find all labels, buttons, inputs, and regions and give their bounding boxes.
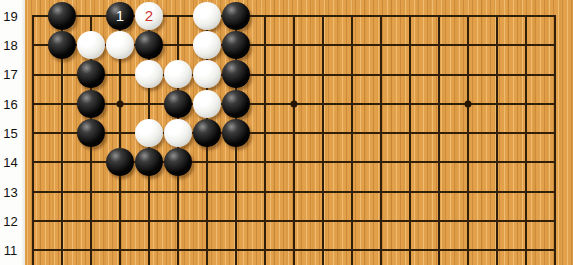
intersection-L11[interactable] <box>309 235 338 264</box>
white-stone-E19[interactable]: 2 <box>135 2 163 30</box>
intersection-J17[interactable] <box>251 60 280 89</box>
black-stone-H17[interactable] <box>222 60 250 88</box>
intersection-G13[interactable] <box>193 177 222 206</box>
intersection-J14[interactable] <box>251 147 280 176</box>
intersection-Q18[interactable] <box>454 30 483 59</box>
intersection-S14[interactable] <box>512 147 541 176</box>
intersection-G14[interactable] <box>193 147 222 176</box>
intersection-R14[interactable] <box>483 147 512 176</box>
intersection-R16[interactable] <box>483 89 512 118</box>
intersection-M12[interactable] <box>338 206 367 235</box>
intersection-C14[interactable] <box>77 147 106 176</box>
intersection-K19[interactable] <box>280 1 309 30</box>
intersection-M13[interactable] <box>338 177 367 206</box>
intersection-N15[interactable] <box>367 118 396 147</box>
intersection-O13[interactable] <box>396 177 425 206</box>
black-stone-H19[interactable] <box>222 2 250 30</box>
intersection-B16[interactable] <box>48 89 77 118</box>
intersection-R17[interactable] <box>483 60 512 89</box>
black-stone-H18[interactable] <box>222 31 250 59</box>
intersection-L13[interactable] <box>309 177 338 206</box>
black-stone-C17[interactable] <box>77 60 105 88</box>
intersection-K15[interactable] <box>280 118 309 147</box>
row-label-11: 11 <box>0 244 21 257</box>
black-stone-D19[interactable]: 1 <box>106 2 134 30</box>
intersection-N18[interactable] <box>367 30 396 59</box>
intersection-P18[interactable] <box>425 30 454 59</box>
intersection-D12[interactable] <box>106 206 135 235</box>
intersection-P12[interactable] <box>425 206 454 235</box>
intersection-P15[interactable] <box>425 118 454 147</box>
intersection-B18[interactable] <box>48 30 77 59</box>
intersection-O15[interactable] <box>396 118 425 147</box>
intersection-T16[interactable] <box>541 89 570 118</box>
row-label-17: 17 <box>0 68 21 81</box>
intersection-B17[interactable] <box>48 60 77 89</box>
intersection-M16[interactable] <box>338 89 367 118</box>
intersection-R19[interactable] <box>483 1 512 30</box>
white-stone-D18[interactable] <box>106 31 134 59</box>
intersection-H17[interactable] <box>222 60 251 89</box>
white-stone-C18[interactable] <box>77 31 105 59</box>
intersection-K11[interactable] <box>280 235 309 264</box>
intersection-L19[interactable] <box>309 1 338 30</box>
intersection-E11[interactable] <box>135 235 164 264</box>
intersection-C18[interactable] <box>77 30 106 59</box>
intersection-C16[interactable] <box>77 89 106 118</box>
intersection-L15[interactable] <box>309 118 338 147</box>
intersection-N13[interactable] <box>367 177 396 206</box>
white-stone-G17[interactable] <box>193 60 221 88</box>
intersection-G12[interactable] <box>193 206 222 235</box>
intersection-F18[interactable] <box>164 30 193 59</box>
intersection-P17[interactable] <box>425 60 454 89</box>
intersection-F14[interactable] <box>164 147 193 176</box>
intersection-S19[interactable] <box>512 1 541 30</box>
black-stone-G15[interactable] <box>193 119 221 147</box>
intersection-R15[interactable] <box>483 118 512 147</box>
intersection-J19[interactable] <box>251 1 280 30</box>
intersection-F12[interactable] <box>164 206 193 235</box>
go-board: 12 <box>19 1 570 265</box>
intersection-N16[interactable] <box>367 89 396 118</box>
intersection-Q19[interactable] <box>454 1 483 30</box>
intersection-K17[interactable] <box>280 60 309 89</box>
black-stone-B18[interactable] <box>48 31 76 59</box>
intersection-G15[interactable] <box>193 118 222 147</box>
intersection-E16[interactable] <box>135 89 164 118</box>
intersection-G11[interactable] <box>193 235 222 264</box>
intersection-O12[interactable] <box>396 206 425 235</box>
intersection-D16[interactable] <box>106 89 135 118</box>
row-label-16: 16 <box>0 97 21 110</box>
intersection-E18[interactable] <box>135 30 164 59</box>
intersection-H19[interactable] <box>222 1 251 30</box>
intersection-M18[interactable] <box>338 30 367 59</box>
row-label-13: 13 <box>0 185 21 198</box>
black-stone-E14[interactable] <box>135 148 163 176</box>
intersection-H15[interactable] <box>222 118 251 147</box>
intersection-B19[interactable] <box>48 1 77 30</box>
intersection-J15[interactable] <box>251 118 280 147</box>
row-label-19: 19 <box>0 9 21 22</box>
row-label-15: 15 <box>0 126 21 139</box>
intersection-R11[interactable] <box>483 235 512 264</box>
intersection-P14[interactable] <box>425 147 454 176</box>
intersection-D14[interactable] <box>106 147 135 176</box>
intersection-S12[interactable] <box>512 206 541 235</box>
black-stone-F14[interactable] <box>164 148 192 176</box>
intersection-S18[interactable] <box>512 30 541 59</box>
intersection-H16[interactable] <box>222 89 251 118</box>
intersection-T13[interactable] <box>541 177 570 206</box>
intersection-S16[interactable] <box>512 89 541 118</box>
intersection-E15[interactable] <box>135 118 164 147</box>
intersection-G18[interactable] <box>193 30 222 59</box>
intersection-R18[interactable] <box>483 30 512 59</box>
intersection-B14[interactable] <box>48 147 77 176</box>
white-stone-E15[interactable] <box>135 119 163 147</box>
intersection-F16[interactable] <box>164 89 193 118</box>
intersection-F15[interactable] <box>164 118 193 147</box>
intersection-F13[interactable] <box>164 177 193 206</box>
intersection-K16[interactable] <box>280 89 309 118</box>
intersection-L14[interactable] <box>309 147 338 176</box>
intersection-E17[interactable] <box>135 60 164 89</box>
intersection-E12[interactable] <box>135 206 164 235</box>
intersection-D13[interactable] <box>106 177 135 206</box>
white-stone-G16[interactable] <box>193 90 221 118</box>
intersection-Q16[interactable] <box>454 89 483 118</box>
intersection-S17[interactable] <box>512 60 541 89</box>
intersection-H12[interactable] <box>222 206 251 235</box>
intersection-G16[interactable] <box>193 89 222 118</box>
intersection-D18[interactable] <box>106 30 135 59</box>
intersection-O16[interactable] <box>396 89 425 118</box>
white-stone-G19[interactable] <box>193 2 221 30</box>
intersection-C11[interactable] <box>77 235 106 264</box>
intersection-T15[interactable] <box>541 118 570 147</box>
intersection-S15[interactable] <box>512 118 541 147</box>
intersection-J12[interactable] <box>251 206 280 235</box>
intersection-N11[interactable] <box>367 235 396 264</box>
black-stone-D14[interactable] <box>106 148 134 176</box>
intersection-J16[interactable] <box>251 89 280 118</box>
intersection-D11[interactable] <box>106 235 135 264</box>
intersection-O17[interactable] <box>396 60 425 89</box>
intersection-C12[interactable] <box>77 206 106 235</box>
black-stone-B19[interactable] <box>48 2 76 30</box>
intersection-L16[interactable] <box>309 89 338 118</box>
intersection-Q13[interactable] <box>454 177 483 206</box>
intersection-O14[interactable] <box>396 147 425 176</box>
intersection-H13[interactable] <box>222 177 251 206</box>
intersection-R12[interactable] <box>483 206 512 235</box>
intersection-S11[interactable] <box>512 235 541 264</box>
intersection-C15[interactable] <box>77 118 106 147</box>
go-board-screenshot: 12 191817161514131211 <box>0 0 573 265</box>
intersection-M14[interactable] <box>338 147 367 176</box>
intersection-E13[interactable] <box>135 177 164 206</box>
intersection-J11[interactable] <box>251 235 280 264</box>
intersection-P16[interactable] <box>425 89 454 118</box>
intersection-Q12[interactable] <box>454 206 483 235</box>
move-number-label-1: 1 <box>116 8 124 23</box>
intersection-N19[interactable] <box>367 1 396 30</box>
intersection-J18[interactable] <box>251 30 280 59</box>
intersection-R13[interactable] <box>483 177 512 206</box>
intersection-H18[interactable] <box>222 30 251 59</box>
intersection-N17[interactable] <box>367 60 396 89</box>
intersection-K14[interactable] <box>280 147 309 176</box>
intersection-L12[interactable] <box>309 206 338 235</box>
black-stone-E18[interactable] <box>135 31 163 59</box>
intersection-H11[interactable] <box>222 235 251 264</box>
black-stone-H15[interactable] <box>222 119 250 147</box>
intersection-T19[interactable] <box>541 1 570 30</box>
intersection-O18[interactable] <box>396 30 425 59</box>
intersection-O19[interactable] <box>396 1 425 30</box>
intersection-B11[interactable] <box>48 235 77 264</box>
intersection-P19[interactable] <box>425 1 454 30</box>
intersection-E14[interactable] <box>135 147 164 176</box>
intersection-M15[interactable] <box>338 118 367 147</box>
move-number-label-2: 2 <box>145 8 153 23</box>
intersection-T18[interactable] <box>541 30 570 59</box>
intersection-D15[interactable] <box>106 118 135 147</box>
intersection-C19[interactable] <box>77 1 106 30</box>
white-stone-E17[interactable] <box>135 60 163 88</box>
intersection-Q11[interactable] <box>454 235 483 264</box>
intersection-M19[interactable] <box>338 1 367 30</box>
intersection-M11[interactable] <box>338 235 367 264</box>
intersection-K18[interactable] <box>280 30 309 59</box>
white-stone-F15[interactable] <box>164 119 192 147</box>
black-stone-F16[interactable] <box>164 90 192 118</box>
intersection-T14[interactable] <box>541 147 570 176</box>
intersection-M17[interactable] <box>338 60 367 89</box>
intersection-P11[interactable] <box>425 235 454 264</box>
intersection-D17[interactable] <box>106 60 135 89</box>
black-stone-H16[interactable] <box>222 90 250 118</box>
row-label-18: 18 <box>0 39 21 52</box>
intersection-K13[interactable] <box>280 177 309 206</box>
intersection-T17[interactable] <box>541 60 570 89</box>
intersection-E19[interactable]: 2 <box>135 1 164 30</box>
intersection-P13[interactable] <box>425 177 454 206</box>
intersection-C17[interactable] <box>77 60 106 89</box>
intersection-F17[interactable] <box>164 60 193 89</box>
intersection-G19[interactable] <box>193 1 222 30</box>
intersection-L18[interactable] <box>309 30 338 59</box>
black-stone-C16[interactable] <box>77 90 105 118</box>
intersection-F19[interactable] <box>164 1 193 30</box>
intersection-N14[interactable] <box>367 147 396 176</box>
intersection-C13[interactable] <box>77 177 106 206</box>
intersection-L17[interactable] <box>309 60 338 89</box>
row-coordinates-strip: 191817161514131211 <box>0 0 25 265</box>
intersection-F11[interactable] <box>164 235 193 264</box>
intersection-T12[interactable] <box>541 206 570 235</box>
intersection-Q14[interactable] <box>454 147 483 176</box>
intersection-Q17[interactable] <box>454 60 483 89</box>
intersection-J13[interactable] <box>251 177 280 206</box>
intersection-K12[interactable] <box>280 206 309 235</box>
intersection-G17[interactable] <box>193 60 222 89</box>
intersection-B13[interactable] <box>48 177 77 206</box>
intersection-B12[interactable] <box>48 206 77 235</box>
white-stone-F17[interactable] <box>164 60 192 88</box>
intersection-T11[interactable] <box>541 235 570 264</box>
intersection-S13[interactable] <box>512 177 541 206</box>
row-label-12: 12 <box>0 214 21 227</box>
black-stone-C15[interactable] <box>77 119 105 147</box>
white-stone-G18[interactable] <box>193 31 221 59</box>
intersection-O11[interactable] <box>396 235 425 264</box>
intersection-D19[interactable]: 1 <box>106 1 135 30</box>
intersection-B15[interactable] <box>48 118 77 147</box>
intersection-Q15[interactable] <box>454 118 483 147</box>
intersection-N12[interactable] <box>367 206 396 235</box>
row-label-14: 14 <box>0 156 21 169</box>
intersection-H14[interactable] <box>222 147 251 176</box>
